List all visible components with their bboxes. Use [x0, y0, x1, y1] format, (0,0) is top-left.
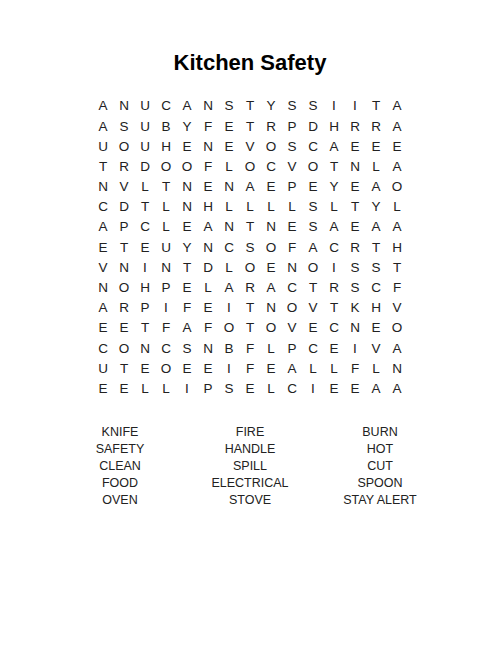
grid-cell: L: [219, 258, 240, 278]
grid-cell: L: [240, 197, 261, 217]
grid-cell: T: [324, 157, 345, 177]
grid-cell: C: [303, 136, 324, 156]
grid-cell: A: [366, 379, 387, 399]
grid-cell: I: [324, 258, 345, 278]
grid-cell: S: [240, 237, 261, 257]
grid-cell: C: [135, 217, 156, 237]
grid-cell: E: [261, 258, 282, 278]
word-list-item: KNIFE: [55, 426, 185, 439]
grid-cell: N: [219, 217, 240, 237]
grid-cell: E: [345, 177, 366, 197]
grid-cell: P: [282, 116, 303, 136]
word-list-item: OVEN: [55, 494, 185, 507]
grid-cell: O: [114, 136, 135, 156]
grid-cell: L: [219, 197, 240, 217]
grid-cell: L: [303, 358, 324, 378]
grid-cell: E: [219, 116, 240, 136]
grid-cell: E: [387, 136, 408, 156]
grid-cell: L: [135, 379, 156, 399]
grid-cell: V: [240, 136, 261, 156]
grid-cell: E: [93, 237, 114, 257]
grid-cell: U: [93, 136, 114, 156]
grid-cell: O: [261, 318, 282, 338]
grid-cell: A: [324, 217, 345, 237]
grid-cell: U: [135, 96, 156, 116]
grid-cell: E: [93, 379, 114, 399]
grid-cell: E: [366, 136, 387, 156]
grid-cell: E: [114, 318, 135, 338]
grid-cell: T: [177, 258, 198, 278]
grid-cell: C: [303, 338, 324, 358]
grid-cell: F: [177, 298, 198, 318]
grid-cell: I: [345, 338, 366, 358]
grid-cell: P: [156, 278, 177, 298]
grid-cell: E: [345, 217, 366, 237]
word-list-item: FOOD: [55, 477, 185, 490]
grid-cell: E: [198, 177, 219, 197]
grid-cell: F: [387, 278, 408, 298]
grid-cell: V: [387, 298, 408, 318]
grid-cell: I: [156, 298, 177, 318]
grid-cell: T: [345, 197, 366, 217]
grid-cell: R: [345, 237, 366, 257]
grid-cell: N: [114, 258, 135, 278]
grid-cell: E: [261, 358, 282, 378]
grid-cell: C: [324, 318, 345, 338]
grid-cell: E: [177, 217, 198, 237]
grid-cell: K: [345, 298, 366, 318]
grid-cell: A: [282, 358, 303, 378]
grid-cell: S: [282, 136, 303, 156]
grid-cell: V: [114, 177, 135, 197]
grid-cell: C: [156, 338, 177, 358]
grid-cell: S: [114, 116, 135, 136]
grid-cell: T: [324, 298, 345, 318]
grid-cell: L: [135, 177, 156, 197]
grid-cell: O: [387, 318, 408, 338]
grid-cell: L: [366, 358, 387, 378]
grid-cell: L: [282, 197, 303, 217]
grid-cell: O: [177, 157, 198, 177]
grid-cell: N: [261, 298, 282, 318]
grid-cell: I: [303, 379, 324, 399]
grid-cell: H: [366, 298, 387, 318]
grid-cell: U: [93, 358, 114, 378]
grid-cell: H: [198, 197, 219, 217]
grid-cell: T: [135, 318, 156, 338]
grid-cell: N: [156, 258, 177, 278]
grid-cell: N: [114, 96, 135, 116]
grid-cell: T: [240, 116, 261, 136]
grid-cell: I: [135, 258, 156, 278]
grid-cell: V: [93, 258, 114, 278]
grid-cell: P: [282, 177, 303, 197]
grid-cell: E: [114, 379, 135, 399]
grid-cell: S: [303, 217, 324, 237]
grid-cell: O: [240, 157, 261, 177]
grid-cell: H: [156, 136, 177, 156]
grid-cell: T: [156, 177, 177, 197]
grid-cell: V: [282, 157, 303, 177]
grid-cell: A: [261, 278, 282, 298]
grid-cell: E: [177, 358, 198, 378]
grid-cell: E: [324, 379, 345, 399]
word-list-item: ELECTRICAL: [185, 477, 315, 490]
grid-cell: A: [93, 298, 114, 318]
grid-cell: P: [135, 298, 156, 318]
grid-cell: R: [261, 116, 282, 136]
grid-cell: A: [93, 96, 114, 116]
grid-cell: T: [240, 298, 261, 318]
grid-cell: C: [324, 237, 345, 257]
grid-cell: E: [135, 358, 156, 378]
grid-cell: V: [303, 298, 324, 318]
grid-cell: A: [366, 177, 387, 197]
grid-cell: N: [177, 177, 198, 197]
grid-cell: R: [324, 278, 345, 298]
grid-cell: U: [135, 116, 156, 136]
grid-cell: N: [219, 177, 240, 197]
grid-cell: C: [366, 278, 387, 298]
grid-cell: A: [303, 237, 324, 257]
grid-cell: S: [219, 96, 240, 116]
grid-cell: E: [261, 177, 282, 197]
grid-cell: A: [198, 217, 219, 237]
grid-cell: O: [114, 338, 135, 358]
word-list-item: SPOON: [315, 477, 445, 490]
grid-cell: E: [135, 237, 156, 257]
grid-cell: H: [135, 278, 156, 298]
grid-cell: N: [345, 157, 366, 177]
grid-cell: E: [93, 318, 114, 338]
grid-cell: Y: [366, 197, 387, 217]
grid-cell: L: [156, 197, 177, 217]
grid-cell: D: [303, 116, 324, 136]
grid-cell: C: [261, 157, 282, 177]
word-list-item: SPILL: [185, 460, 315, 473]
grid-cell: C: [282, 379, 303, 399]
grid-cell: F: [282, 237, 303, 257]
grid-cell: S: [345, 278, 366, 298]
grid-cell: C: [219, 237, 240, 257]
grid-cell: O: [114, 278, 135, 298]
grid-cell: P: [198, 379, 219, 399]
grid-cell: T: [366, 237, 387, 257]
grid-cell: E: [198, 358, 219, 378]
grid-cell: H: [324, 116, 345, 136]
grid-cell: S: [219, 379, 240, 399]
grid-cell: A: [324, 136, 345, 156]
grid-cell: C: [156, 96, 177, 116]
grid-cell: V: [366, 338, 387, 358]
grid-cell: N: [261, 217, 282, 237]
grid-cell: A: [93, 116, 114, 136]
grid-cell: L: [324, 358, 345, 378]
grid-cell: O: [156, 358, 177, 378]
word-list-item: BURN: [315, 426, 445, 439]
grid-cell: L: [261, 379, 282, 399]
grid-cell: E: [345, 136, 366, 156]
grid-cell: Y: [324, 177, 345, 197]
word-list-item: STAY ALERT: [315, 494, 445, 507]
grid-cell: C: [93, 338, 114, 358]
grid-cell: E: [240, 379, 261, 399]
grid-cell: E: [303, 318, 324, 338]
grid-cell: E: [177, 136, 198, 156]
grid-cell: R: [345, 116, 366, 136]
grid-cell: I: [177, 379, 198, 399]
grid-cell: T: [366, 96, 387, 116]
grid-cell: Y: [177, 237, 198, 257]
grid-cell: S: [303, 96, 324, 116]
grid-cell: F: [198, 116, 219, 136]
grid-cell: F: [240, 358, 261, 378]
grid-cell: L: [156, 217, 177, 237]
grid-cell: H: [387, 237, 408, 257]
grid-cell: E: [345, 379, 366, 399]
grid-cell: S: [366, 258, 387, 278]
grid-cell: O: [282, 298, 303, 318]
grid-cell: N: [282, 258, 303, 278]
grid-cell: U: [135, 136, 156, 156]
grid-cell: O: [303, 157, 324, 177]
grid-cell: R: [240, 278, 261, 298]
grid-cell: E: [324, 338, 345, 358]
grid-cell: Y: [177, 116, 198, 136]
puzzle-title: Kitchen Safety: [0, 0, 500, 76]
grid-cell: T: [114, 358, 135, 378]
grid-cell: T: [387, 258, 408, 278]
word-list-item: CLEAN: [55, 460, 185, 473]
grid-cell: O: [387, 177, 408, 197]
grid-cell: I: [324, 96, 345, 116]
word-list-item: SAFETY: [55, 443, 185, 456]
grid-cell: Y: [261, 96, 282, 116]
grid-cell: T: [303, 278, 324, 298]
grid-cell: N: [135, 338, 156, 358]
grid-cell: N: [345, 318, 366, 338]
grid-cell: O: [240, 258, 261, 278]
grid-cell: E: [198, 298, 219, 318]
word-list-item: HANDLE: [185, 443, 315, 456]
grid-cell: A: [387, 379, 408, 399]
grid-cell: B: [156, 116, 177, 136]
grid-cell: I: [219, 298, 240, 318]
grid-cell: E: [282, 217, 303, 237]
grid-cell: T: [135, 197, 156, 217]
grid-cell: U: [156, 237, 177, 257]
grid-cell: A: [387, 157, 408, 177]
grid-cell: L: [156, 379, 177, 399]
grid-cell: T: [114, 237, 135, 257]
grid-cell: F: [198, 157, 219, 177]
grid-cell: D: [198, 258, 219, 278]
grid-cell: E: [366, 318, 387, 338]
grid-cell: B: [219, 338, 240, 358]
grid-cell: L: [261, 197, 282, 217]
grid-cell: N: [198, 237, 219, 257]
grid-cell: E: [303, 177, 324, 197]
grid-cell: O: [261, 237, 282, 257]
grid-cell: N: [198, 338, 219, 358]
grid-cell: F: [156, 318, 177, 338]
grid-cell: A: [177, 96, 198, 116]
grid-cell: I: [219, 358, 240, 378]
grid-cell: N: [93, 278, 114, 298]
grid-cell: L: [324, 197, 345, 217]
grid-cell: N: [177, 197, 198, 217]
grid-cell: S: [177, 338, 198, 358]
grid-cell: L: [366, 157, 387, 177]
grid-cell: L: [387, 197, 408, 217]
grid-cell: S: [345, 258, 366, 278]
grid-cell: N: [387, 358, 408, 378]
word-list-item: HOT: [315, 443, 445, 456]
grid-cell: A: [219, 278, 240, 298]
grid-cell: O: [219, 318, 240, 338]
word-search-grid: ANUCANSTYSSIITAASUBYFETRPDHRRAUOUHENEVOS…: [93, 96, 408, 399]
grid-cell: A: [387, 116, 408, 136]
grid-cell: T: [93, 157, 114, 177]
grid-cell: O: [156, 157, 177, 177]
grid-cell: A: [387, 96, 408, 116]
grid-cell: R: [114, 298, 135, 318]
puzzle-page: Kitchen Safety ANUCANSTYSSIITAASUBYFETRP…: [0, 0, 500, 647]
grid-cell: E: [219, 136, 240, 156]
word-list: KNIFEFIREBURNSAFETYHANDLEHOTCLEANSPILLCU…: [55, 426, 445, 507]
grid-cell: T: [240, 318, 261, 338]
grid-cell: D: [114, 197, 135, 217]
grid-cell: T: [240, 96, 261, 116]
grid-cell: P: [114, 217, 135, 237]
grid-cell: A: [93, 217, 114, 237]
word-list-item: STOVE: [185, 494, 315, 507]
grid-cell: I: [345, 96, 366, 116]
word-list-item: FIRE: [185, 426, 315, 439]
grid-cell: E: [177, 278, 198, 298]
grid-cell: F: [345, 358, 366, 378]
grid-cell: L: [219, 157, 240, 177]
grid-cell: R: [114, 157, 135, 177]
grid-cell: P: [282, 338, 303, 358]
grid-cell: N: [198, 136, 219, 156]
grid-cell: R: [366, 116, 387, 136]
grid-cell: V: [282, 318, 303, 338]
grid-cell: N: [198, 96, 219, 116]
grid-cell: F: [240, 338, 261, 358]
grid-cell: D: [135, 157, 156, 177]
word-list-item: CUT: [315, 460, 445, 473]
grid-cell: L: [198, 278, 219, 298]
grid-cell: C: [93, 197, 114, 217]
grid-cell: A: [240, 177, 261, 197]
grid-cell: A: [366, 217, 387, 237]
grid-cell: L: [261, 338, 282, 358]
grid-cell: S: [282, 96, 303, 116]
grid-cell: T: [240, 217, 261, 237]
grid-cell: O: [303, 258, 324, 278]
grid-cell: F: [198, 318, 219, 338]
grid-cell: C: [282, 278, 303, 298]
grid-cell: A: [177, 318, 198, 338]
grid-cell: O: [261, 136, 282, 156]
grid-cell: N: [93, 177, 114, 197]
grid-cell: S: [303, 197, 324, 217]
grid-cell: A: [387, 338, 408, 358]
grid-cell: A: [387, 217, 408, 237]
